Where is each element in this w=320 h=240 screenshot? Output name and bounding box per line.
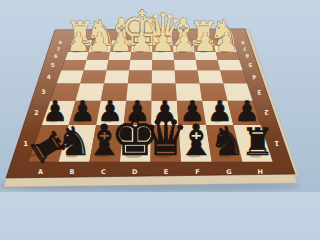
photo-scene: ABCDEFGHABCDEFGH1122334455667788♜♞♝♚♛♝♜♞…	[0, 0, 300, 192]
rank-label-left: 5	[51, 62, 55, 68]
file-label-bottom: D	[132, 168, 138, 176]
piece-white-pawn[interactable]: ♟	[88, 27, 111, 57]
piece-white-pawn[interactable]: ♟	[109, 27, 132, 57]
rank-label-right: 4	[252, 74, 256, 80]
piece-black-knight[interactable]: ♞	[209, 118, 245, 164]
file-label-bottom: H	[258, 168, 263, 176]
rank-label-left: 2	[34, 109, 39, 117]
file-label-bottom: G	[226, 168, 231, 176]
piece-black-rook[interactable]: ♜	[241, 120, 275, 164]
rank-label-left: 7	[57, 47, 60, 52]
rank-label-right: 7	[243, 46, 246, 51]
piece-white-pawn[interactable]: ♟	[130, 27, 153, 57]
rank-label-right: 2	[264, 108, 269, 116]
rank-label-right: 1	[274, 139, 279, 147]
piece-white-pawn[interactable]: ♟	[172, 27, 195, 57]
rank-label-right: 5	[248, 62, 252, 68]
piece-white-pawn[interactable]: ♟	[194, 27, 217, 57]
piece-white-pawn[interactable]: ♟	[215, 27, 238, 57]
file-label-bottom: E	[164, 168, 168, 176]
piece-white-pawn[interactable]: ♟	[151, 27, 174, 57]
rank-label-left: 8	[59, 40, 62, 45]
rank-label-left: 4	[47, 74, 51, 80]
file-label-bottom: C	[101, 168, 106, 176]
file-label-bottom: B	[69, 168, 74, 176]
piece-white-pawn[interactable]: ♟	[67, 27, 90, 57]
rank-label-right: 8	[241, 40, 244, 45]
rank-label-right: 6	[245, 53, 249, 59]
chessboard: ABCDEFGHABCDEFGH1122334455667788♜♞♝♚♛♝♜♞…	[0, 0, 300, 192]
rank-label-left: 6	[54, 53, 58, 59]
file-label-bottom: F	[195, 168, 199, 176]
